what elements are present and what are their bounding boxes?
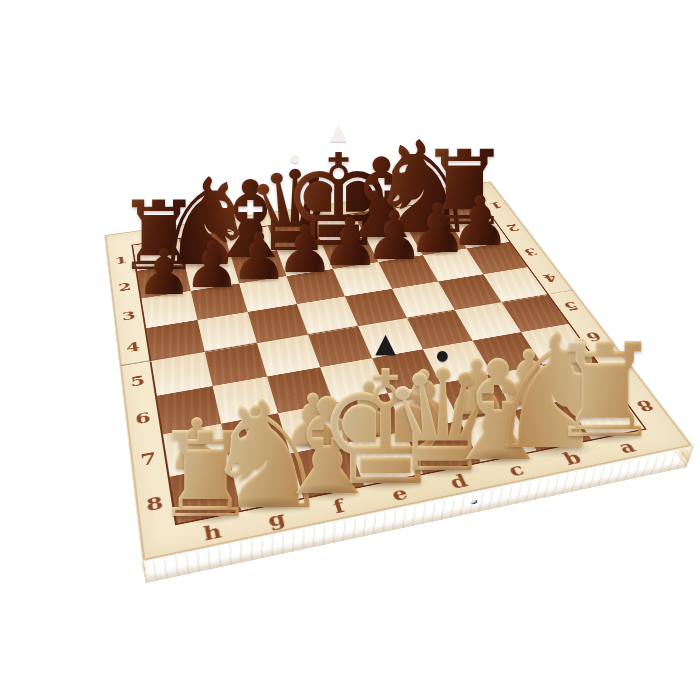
piece-contact-shadow bbox=[287, 268, 323, 277]
rank-label-left-5: 5 bbox=[119, 361, 157, 402]
piece-dark-pawn-a2[interactable]: ♟ bbox=[449, 188, 511, 257]
piece-contact-shadow bbox=[461, 241, 499, 250]
square-h4[interactable] bbox=[146, 320, 205, 361]
rank-label-left-4: 4 bbox=[115, 328, 151, 366]
piece-contact-shadow bbox=[332, 261, 369, 270]
piece-light-rook-a8[interactable]: ♜ bbox=[547, 326, 663, 456]
photo-canvas: 12345678 12345678 hgfedcba ♜♞♝♛●♚▲♝♞♜♟♟♟… bbox=[0, 0, 700, 700]
square-g4[interactable] bbox=[197, 312, 256, 352]
piece-contact-shadow bbox=[569, 427, 640, 444]
